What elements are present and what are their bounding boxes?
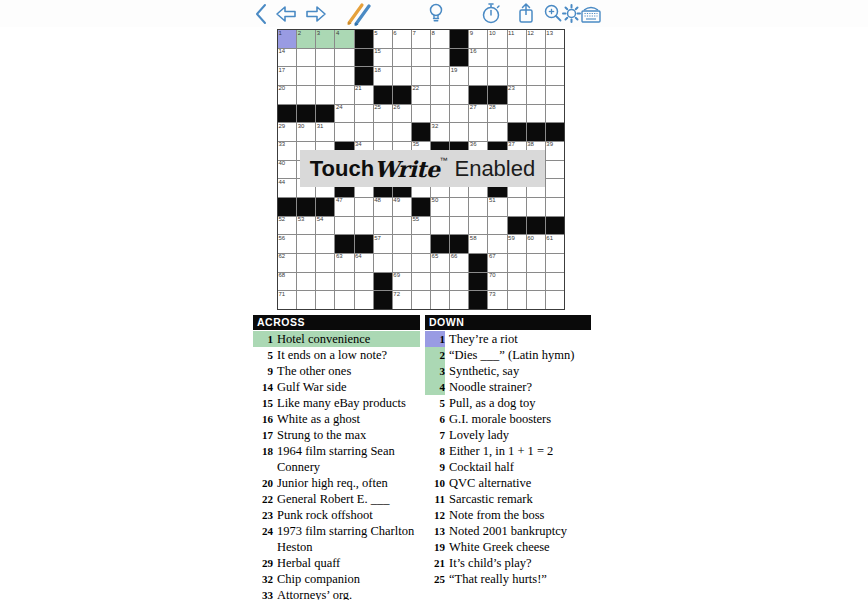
grid-cell-13-8[interactable] (412, 254, 430, 272)
grid-cell-11-3[interactable]: 54 (316, 217, 334, 235)
grid-cell-13-7[interactable] (393, 254, 411, 272)
cell-number: 17 (279, 67, 286, 74)
clue-number: 33 (253, 587, 273, 600)
grid-cell-5-9[interactable] (431, 105, 449, 123)
grid-cell-4-14[interactable] (527, 86, 545, 104)
grid-cell-10-7[interactable]: 49 (393, 198, 411, 216)
grid-cell-13-2[interactable] (297, 254, 315, 272)
grid-cell-10-14[interactable] (527, 198, 545, 216)
grid-cell-9-1[interactable]: 44 (278, 179, 296, 197)
grid-cell-15-3[interactable] (316, 291, 334, 309)
clue-text: Synthetic, say (445, 363, 591, 379)
clue-across-5[interactable]: 5It ends on a low note? (253, 347, 420, 363)
cell-number: 7 (412, 30, 415, 37)
cell-number: 39 (546, 141, 553, 148)
clue-down-11[interactable]: 11Sarcastic remark (425, 491, 591, 507)
cell-number: 2 (298, 30, 301, 37)
grid-cell-13-9[interactable]: 65 (431, 254, 449, 272)
grid-cell-12-14[interactable]: 60 (527, 235, 545, 253)
grid-cell-5-5[interactable] (355, 105, 373, 123)
grid-cell-13-10[interactable]: 66 (450, 254, 468, 272)
grid-cell-5-11[interactable]: 27 (469, 105, 487, 123)
grid-cell-3-9[interactable] (431, 67, 449, 85)
clue-text: Sarcastic remark (445, 491, 591, 507)
grid-cell-11-15-black (546, 217, 564, 235)
grid-cell-15-1[interactable]: 71 (278, 291, 296, 309)
clue-text: It’s child’s play? (445, 555, 591, 571)
clue-text: 1964 film starring Sean Connery (273, 443, 420, 475)
grid-cell-2-7[interactable] (393, 49, 411, 67)
grid-cell-2-13[interactable] (508, 49, 526, 67)
clue-text: Lovely lady (445, 427, 591, 443)
cell-number: 12 (527, 30, 534, 37)
grid-cell-13-12[interactable]: 67 (488, 254, 506, 272)
grid-cell-12-6[interactable]: 57 (374, 235, 392, 253)
grid-cell-3-6[interactable]: 18 (374, 67, 392, 85)
grid-cell-15-6-black (374, 291, 392, 309)
grid-cell-5-12[interactable]: 28 (488, 105, 506, 123)
grid-cell-15-8[interactable] (412, 291, 430, 309)
cell-number: 62 (279, 253, 286, 260)
across-header: ACROSS (253, 315, 420, 330)
grid-cell-4-5[interactable]: 21 (355, 86, 373, 104)
cell-number: 60 (527, 235, 534, 242)
cell-number: 24 (336, 104, 343, 111)
grid-cell-3-11[interactable] (469, 67, 487, 85)
grid-cell-6-8-black (412, 123, 430, 141)
grid-cell-4-4[interactable] (335, 86, 353, 104)
grid-cell-7-1[interactable]: 33 (278, 142, 296, 160)
clue-across-1[interactable]: 1Hotel convenience (253, 331, 420, 347)
grid-cell-15-11-black (469, 291, 487, 309)
grid-cell-6-13-black (508, 123, 526, 141)
grid-cell-1-8[interactable]: 7 (412, 30, 430, 48)
across-clues-panel: ACROSS 1Hotel convenience5It ends on a l… (253, 315, 420, 600)
cell-number: 37 (508, 141, 515, 148)
grid-cell-13-1[interactable]: 62 (278, 254, 296, 272)
clue-text: G.I. morale boosters (445, 411, 591, 427)
clue-number: 21 (425, 555, 445, 571)
cell-number: 10 (489, 30, 496, 37)
clue-number: 14 (253, 379, 273, 395)
grid-cell-15-15[interactable] (546, 291, 564, 309)
cell-number: 34 (355, 141, 362, 148)
grid-cell-13-3[interactable] (316, 254, 334, 272)
grid-cell-5-2-black (297, 105, 315, 123)
cell-number: 35 (412, 141, 419, 148)
clue-across-32[interactable]: 32Chip companion (253, 571, 420, 587)
back-icon[interactable] (249, 2, 273, 25)
grid-cell-14-4[interactable] (335, 273, 353, 291)
clue-down-10[interactable]: 10QVC alternative (425, 475, 591, 491)
clue-down-3[interactable]: 3Synthetic, say (425, 363, 591, 379)
grid-cell-4-15[interactable] (546, 86, 564, 104)
grid-cell-3-5-black (355, 67, 373, 85)
grid-cell-2-14[interactable] (527, 49, 545, 67)
grid-cell-4-13[interactable]: 23 (508, 86, 526, 104)
grid-cell-15-5[interactable] (355, 291, 373, 309)
grid-cell-10-3-black (316, 198, 334, 216)
grid-cell-10-12[interactable]: 51 (488, 198, 506, 216)
grid-cell-4-6-black (374, 86, 392, 104)
grid-cell-11-2[interactable]: 53 (297, 217, 315, 235)
toolbar (0, 0, 868, 27)
grid-cell-14-12[interactable]: 70 (488, 273, 506, 291)
grid-cell-12-15[interactable]: 61 (546, 235, 564, 253)
grid-cell-15-7[interactable]: 72 (393, 291, 411, 309)
grid-cell-5-13[interactable] (508, 105, 526, 123)
grid-cell-6-5[interactable] (355, 123, 373, 141)
clue-down-13[interactable]: 13Noted 2001 bankruptcy (425, 523, 591, 539)
grid-cell-13-14[interactable] (527, 254, 545, 272)
grid-cell-13-6[interactable] (374, 254, 392, 272)
grid-cell-12-3[interactable] (316, 235, 334, 253)
cell-number: 64 (355, 253, 362, 260)
clue-text: Strung to the max (273, 427, 420, 443)
grid-cell-2-8[interactable] (412, 49, 430, 67)
clue-number: 18 (253, 443, 273, 475)
grid-cell-13-15[interactable] (546, 254, 564, 272)
cell-number: 29 (279, 123, 286, 130)
cell-number: 30 (298, 123, 305, 130)
grid-cell-15-14[interactable] (527, 291, 545, 309)
cell-number: 59 (508, 235, 515, 242)
cell-number: 53 (298, 216, 305, 223)
grid-cell-15-12[interactable]: 73 (488, 291, 506, 309)
grid-cell-6-3[interactable]: 31 (316, 123, 334, 141)
grid-cell-3-1[interactable]: 17 (278, 67, 296, 85)
grid-cell-4-12-black (488, 86, 506, 104)
grid-cell-1-15[interactable]: 13 (546, 30, 564, 48)
pencil-icon[interactable] (341, 2, 375, 25)
clue-number: 2 (425, 347, 445, 363)
cell-number: 73 (489, 291, 496, 298)
clue-down-8[interactable]: 8Either 1, in 1 + 1 = 2 (425, 443, 591, 459)
cell-number: 9 (470, 30, 473, 37)
clue-across-9[interactable]: 9The other ones (253, 363, 420, 379)
cell-number: 65 (432, 253, 439, 260)
grid-cell-6-2[interactable]: 30 (297, 123, 315, 141)
grid-cell-14-3[interactable] (316, 273, 334, 291)
cell-number: 69 (393, 272, 400, 279)
grid-cell-4-1[interactable]: 20 (278, 86, 296, 104)
grid-cell-11-5[interactable] (355, 217, 373, 235)
clue-across-20[interactable]: 20Junior high req., often (253, 475, 420, 491)
grid-cell-10-5[interactable] (355, 198, 373, 216)
grid-cell-1-1[interactable]: 1 (278, 30, 296, 48)
grid-cell-2-11[interactable]: 16 (469, 49, 487, 67)
grid-cell-2-10-black (450, 49, 468, 67)
clue-text: They’re a riot (445, 331, 591, 347)
grid-cell-6-12[interactable] (488, 123, 506, 141)
grid-cell-2-4[interactable] (335, 49, 353, 67)
grid-cell-14-13[interactable] (508, 273, 526, 291)
grid-cell-14-6-black (374, 273, 392, 291)
grid-cell-13-11-black (469, 254, 487, 272)
grid-cell-5-6[interactable]: 25 (374, 105, 392, 123)
grid-cell-4-2[interactable] (297, 86, 315, 104)
clue-down-21[interactable]: 21It’s child’s play? (425, 555, 591, 571)
clue-number: 29 (253, 555, 273, 571)
grid-cell-6-1[interactable]: 29 (278, 123, 296, 141)
timer-icon[interactable] (479, 2, 503, 25)
grid-cell-10-4[interactable]: 47 (335, 198, 353, 216)
clue-number: 25 (425, 571, 445, 587)
clue-across-29[interactable]: 29Herbal quaff (253, 555, 420, 571)
grid-cell-6-14-black (527, 123, 545, 141)
grid-cell-12-1[interactable]: 56 (278, 235, 296, 253)
grid-cell-11-9[interactable] (431, 217, 449, 235)
clue-text: Either 1, in 1 + 1 = 2 (445, 443, 591, 459)
clue-down-1[interactable]: 1They’re a riot (425, 331, 591, 347)
grid-cell-6-6[interactable] (374, 123, 392, 141)
clue-number: 9 (253, 363, 273, 379)
grid-cell-2-9[interactable] (431, 49, 449, 67)
clue-number: 7 (425, 427, 445, 443)
cell-number: 15 (374, 48, 381, 55)
redo-arrow-icon[interactable] (304, 2, 328, 25)
cell-number: 63 (336, 253, 343, 260)
cell-number: 13 (546, 30, 553, 37)
grid-cell-12-10-black (450, 235, 468, 253)
clue-down-9[interactable]: 9Cocktail half (425, 459, 591, 475)
grid-cell-2-2[interactable] (297, 49, 315, 67)
cell-number: 33 (279, 141, 286, 148)
grid-cell-5-1-black (278, 105, 296, 123)
down-clues-panel: DOWN 1They’re a riot2“Dies ___” (Latin h… (425, 315, 591, 587)
grid-cell-6-4[interactable] (335, 123, 353, 141)
down-clue-list: 1They’re a riot2“Dies ___” (Latin hymn)3… (425, 331, 591, 587)
crossword-app: 1234567891011121314151617181920212223242… (0, 0, 868, 600)
clue-across-17[interactable]: 17Strung to the max (253, 427, 420, 443)
grid-cell-1-4[interactable]: 4 (335, 30, 353, 48)
clue-down-5[interactable]: 5Pull, as a dog toy (425, 395, 591, 411)
clue-across-24[interactable]: 241973 film starring Charlton Heston (253, 523, 420, 555)
clue-down-7[interactable]: 7Lovely lady (425, 427, 591, 443)
grid-cell-11-1[interactable]: 52 (278, 217, 296, 235)
cell-number: 6 (393, 30, 396, 37)
undo-arrow-icon[interactable] (274, 2, 298, 25)
clue-across-33[interactable]: 33Attorneys’ org. (253, 587, 420, 600)
grid-cell-12-7[interactable] (393, 235, 411, 253)
grid-cell-12-9-black (431, 235, 449, 253)
clue-text: It ends on a low note? (273, 347, 420, 363)
clue-across-18[interactable]: 181964 film starring Sean Connery (253, 443, 420, 475)
grid-cell-14-14[interactable] (527, 273, 545, 291)
grid-cell-9-15[interactable] (546, 179, 564, 197)
grid-cell-12-12[interactable] (488, 235, 506, 253)
grid-cell-15-4[interactable] (335, 291, 353, 309)
cell-number: 26 (393, 104, 400, 111)
grid-cell-1-11[interactable]: 9 (469, 30, 487, 48)
grid-cell-14-15[interactable] (546, 273, 564, 291)
grid-cell-11-10[interactable] (450, 217, 468, 235)
grid-cell-15-13[interactable] (508, 291, 526, 309)
grid-cell-10-6[interactable]: 48 (374, 198, 392, 216)
cell-number: 55 (412, 216, 419, 223)
grid-cell-11-14-black (527, 217, 545, 235)
clue-text: Chip companion (273, 571, 420, 587)
clue-number: 10 (425, 475, 445, 491)
grid-cell-10-9[interactable]: 50 (431, 198, 449, 216)
grid-cell-12-13[interactable]: 59 (508, 235, 526, 253)
cell-number: 72 (393, 291, 400, 298)
clue-across-23[interactable]: 23Punk rock offshoot (253, 507, 420, 523)
grid-cell-1-5-black (355, 30, 373, 48)
grid-cell-14-8[interactable] (412, 273, 430, 291)
grid-cell-3-13[interactable] (508, 67, 526, 85)
grid-cell-3-3[interactable] (316, 67, 334, 85)
grid-cell-12-8[interactable] (412, 235, 430, 253)
cell-number: 4 (336, 30, 339, 37)
grid-cell-6-15-black (546, 123, 564, 141)
hint-bulb-icon[interactable] (424, 2, 448, 25)
grid-cell-11-6[interactable] (374, 217, 392, 235)
clue-number: 5 (425, 395, 445, 411)
banner-enabled-text: Enabled (454, 156, 535, 182)
grid-cell-3-4[interactable] (335, 67, 353, 85)
grid-cell-3-14[interactable] (527, 67, 545, 85)
grid-cell-10-13[interactable] (508, 198, 526, 216)
grid-cell-14-5[interactable] (355, 273, 373, 291)
grid-cell-13-5[interactable]: 64 (355, 254, 373, 272)
share-icon[interactable] (514, 2, 538, 25)
grid-cell-4-9[interactable] (431, 86, 449, 104)
clue-down-4[interactable]: 4Noodle strainer? (425, 379, 591, 395)
cell-number: 57 (374, 235, 381, 242)
grid-cell-11-4[interactable] (335, 217, 353, 235)
grid-cell-12-11[interactable]: 58 (469, 235, 487, 253)
clue-number: 9 (425, 459, 445, 475)
grid-cell-11-12[interactable] (488, 217, 506, 235)
clue-number: 22 (253, 491, 273, 507)
grid-cell-3-12[interactable] (488, 67, 506, 85)
clue-number: 24 (253, 523, 273, 555)
grid-cell-3-10[interactable]: 19 (450, 67, 468, 85)
grid-cell-13-13[interactable] (508, 254, 526, 272)
grid-cell-5-7[interactable]: 26 (393, 105, 411, 123)
grid-cell-14-2[interactable] (297, 273, 315, 291)
clue-across-15[interactable]: 15Like many eBay products (253, 395, 420, 411)
cell-number: 50 (432, 197, 439, 204)
grid-cell-10-11[interactable] (469, 198, 487, 216)
grid-cell-14-7[interactable]: 69 (393, 273, 411, 291)
banner-touch-text: Touch (310, 156, 374, 182)
grid-cell-5-8[interactable] (412, 105, 430, 123)
grid-cell-11-11[interactable] (469, 217, 487, 235)
grid-cell-5-15[interactable] (546, 105, 564, 123)
cell-number: 56 (279, 235, 286, 242)
grid-cell-5-4[interactable]: 24 (335, 105, 353, 123)
clue-down-2[interactable]: 2“Dies ___” (Latin hymn) (425, 347, 591, 363)
grid-cell-15-2[interactable] (297, 291, 315, 309)
clue-across-16[interactable]: 16White as a ghost (253, 411, 420, 427)
grid-cell-10-10[interactable] (450, 198, 468, 216)
grid-cell-1-2[interactable]: 2 (297, 30, 315, 48)
grid-cell-1-3[interactable]: 3 (316, 30, 334, 48)
grid-cell-14-1[interactable]: 68 (278, 273, 296, 291)
clue-number: 8 (425, 443, 445, 459)
grid-cell-1-12[interactable]: 10 (488, 30, 506, 48)
clue-down-25[interactable]: 25“That really hurts!” (425, 571, 591, 587)
keyboard-icon[interactable] (579, 2, 603, 25)
clue-number: 16 (253, 411, 273, 427)
grid-cell-2-15[interactable] (546, 49, 564, 67)
clue-text: Like many eBay products (273, 395, 420, 411)
grid-cell-6-11[interactable] (469, 123, 487, 141)
clue-text: Gulf War side (273, 379, 420, 395)
grid-cell-2-3[interactable] (316, 49, 334, 67)
grid-cell-1-13[interactable]: 11 (508, 30, 526, 48)
cell-number: 21 (355, 85, 362, 92)
cell-number: 19 (451, 67, 458, 74)
clue-text: White Greek cheese (445, 539, 591, 555)
grid-cell-12-2[interactable] (297, 235, 315, 253)
cell-number: 48 (374, 197, 381, 204)
clue-across-22[interactable]: 22General Robert E. ___ (253, 491, 420, 507)
grid-cell-11-8[interactable]: 55 (412, 217, 430, 235)
grid-cell-6-9[interactable]: 32 (431, 123, 449, 141)
cell-number: 54 (317, 216, 324, 223)
cell-number: 31 (317, 123, 324, 130)
grid-cell-2-12[interactable] (488, 49, 506, 67)
grid-cell-10-2-black (297, 198, 315, 216)
grid-cell-14-11-black (469, 273, 487, 291)
grid-cell-11-7[interactable] (393, 217, 411, 235)
grid-cell-4-10[interactable] (450, 86, 468, 104)
grid-cell-2-6[interactable]: 15 (374, 49, 392, 67)
grid-cell-1-14[interactable]: 12 (527, 30, 545, 48)
cell-number: 22 (412, 85, 419, 92)
grid-cell-8-1[interactable]: 40 (278, 161, 296, 179)
grid-cell-6-7[interactable] (393, 123, 411, 141)
grid-cell-3-15[interactable] (546, 67, 564, 85)
grid-cell-14-9[interactable] (431, 273, 449, 291)
grid-cell-15-10[interactable] (450, 291, 468, 309)
grid-cell-13-4[interactable]: 63 (335, 254, 353, 272)
cell-number: 18 (374, 67, 381, 74)
clue-down-12[interactable]: 12Note from the boss (425, 507, 591, 523)
grid-cell-15-9[interactable] (431, 291, 449, 309)
grid-cell-3-2[interactable] (297, 67, 315, 85)
clue-number: 5 (253, 347, 273, 363)
clue-number: 12 (425, 507, 445, 523)
grid-cell-5-10[interactable] (450, 105, 468, 123)
cell-number: 52 (279, 216, 286, 223)
grid-cell-1-9[interactable]: 8 (431, 30, 449, 48)
grid-cell-1-7[interactable]: 6 (393, 30, 411, 48)
grid-cell-6-10[interactable] (450, 123, 468, 141)
clue-across-14[interactable]: 14Gulf War side (253, 379, 420, 395)
cell-number: 11 (508, 30, 514, 37)
grid-cell-7-15[interactable]: 39 (546, 142, 564, 160)
grid-cell-14-10[interactable] (450, 273, 468, 291)
clue-down-19[interactable]: 19White Greek cheese (425, 539, 591, 555)
clue-down-6[interactable]: 6G.I. morale boosters (425, 411, 591, 427)
grid-cell-3-7[interactable] (393, 67, 411, 85)
grid-cell-5-3-black (316, 105, 334, 123)
grid-cell-5-14[interactable] (527, 105, 545, 123)
grid-cell-4-3[interactable] (316, 86, 334, 104)
cell-number: 70 (489, 272, 496, 279)
grid-cell-8-15[interactable] (546, 161, 564, 179)
grid-cell-4-8[interactable]: 22 (412, 86, 430, 104)
grid-cell-2-1[interactable]: 14 (278, 49, 296, 67)
grid-cell-10-15[interactable] (546, 198, 564, 216)
grid-cell-3-8[interactable] (412, 67, 430, 85)
clue-number: 17 (253, 427, 273, 443)
grid-cell-1-6[interactable]: 5 (374, 30, 392, 48)
